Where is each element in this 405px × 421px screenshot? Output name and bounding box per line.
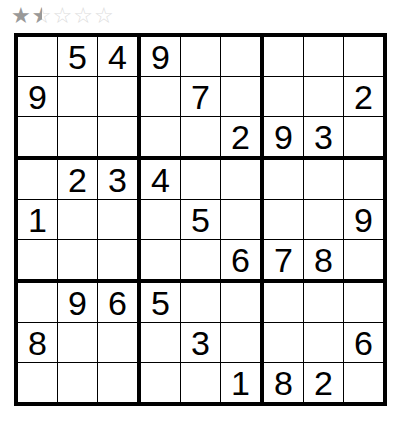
sudoku-grid: 549972293234159678965836182 (14, 33, 387, 406)
cell-r3c6[interactable]: 2 (221, 117, 264, 160)
cell-r9c8[interactable]: 2 (304, 363, 344, 402)
cell-r1c6[interactable] (221, 37, 264, 77)
cell-r1c5[interactable] (181, 37, 221, 77)
cell-r8c2[interactable] (58, 323, 98, 363)
cell-r5c7[interactable] (264, 200, 304, 240)
cell-r8c6[interactable] (221, 323, 264, 363)
difficulty-rating: ★☆★☆☆☆ (11, 3, 115, 29)
cell-r9c7[interactable]: 8 (264, 363, 304, 402)
cell-r9c4[interactable] (141, 363, 181, 402)
cell-r9c1[interactable] (18, 363, 58, 402)
cell-r7c6[interactable] (221, 283, 264, 323)
cell-r4c1[interactable] (18, 160, 58, 200)
cell-r2c7[interactable] (264, 77, 304, 117)
cell-r3c2[interactable] (58, 117, 98, 160)
cell-r8c4[interactable] (141, 323, 181, 363)
cell-r2c5[interactable]: 7 (181, 77, 221, 117)
cell-r4c2[interactable]: 2 (58, 160, 98, 200)
cell-r7c2[interactable]: 9 (58, 283, 98, 323)
cell-r1c3[interactable]: 4 (98, 37, 141, 77)
cell-r6c9[interactable] (344, 240, 383, 283)
star-icon-3: ☆ (52, 5, 72, 27)
star-icon-2: ☆★ (32, 5, 52, 27)
cell-r7c5[interactable] (181, 283, 221, 323)
star-icon-4: ☆ (73, 5, 93, 27)
cell-r4c5[interactable] (181, 160, 221, 200)
cell-r3c9[interactable] (344, 117, 383, 160)
cell-r5c3[interactable] (98, 200, 141, 240)
cell-r6c4[interactable] (141, 240, 181, 283)
cell-r5c5[interactable]: 5 (181, 200, 221, 240)
cell-r1c4[interactable]: 9 (141, 37, 181, 77)
cell-r8c7[interactable] (264, 323, 304, 363)
cell-r6c3[interactable] (98, 240, 141, 283)
cell-r5c6[interactable] (221, 200, 264, 240)
cell-r8c5[interactable]: 3 (181, 323, 221, 363)
cell-r1c9[interactable] (344, 37, 383, 77)
cell-r3c1[interactable] (18, 117, 58, 160)
cell-r1c2[interactable]: 5 (58, 37, 98, 77)
cell-r8c8[interactable] (304, 323, 344, 363)
cell-r4c6[interactable] (221, 160, 264, 200)
cell-r6c2[interactable] (58, 240, 98, 283)
cell-r7c9[interactable] (344, 283, 383, 323)
cell-r9c3[interactable] (98, 363, 141, 402)
star-icon-1: ★ (11, 5, 31, 27)
cell-r2c8[interactable] (304, 77, 344, 117)
cell-r8c3[interactable] (98, 323, 141, 363)
cell-r8c1[interactable]: 8 (18, 323, 58, 363)
cell-r6c1[interactable] (18, 240, 58, 283)
cell-r4c8[interactable] (304, 160, 344, 200)
sudoku-board: 549972293234159678965836182 (14, 33, 387, 406)
cell-r3c4[interactable] (141, 117, 181, 160)
cell-r4c9[interactable] (344, 160, 383, 200)
cell-r4c7[interactable] (264, 160, 304, 200)
cell-r7c1[interactable] (18, 283, 58, 323)
cell-r3c7[interactable]: 9 (264, 117, 304, 160)
cell-r6c8[interactable]: 8 (304, 240, 344, 283)
cell-r8c9[interactable]: 6 (344, 323, 383, 363)
cell-r9c6[interactable]: 1 (221, 363, 264, 402)
cell-r2c3[interactable] (98, 77, 141, 117)
cell-r2c4[interactable] (141, 77, 181, 117)
cell-r5c4[interactable] (141, 200, 181, 240)
cell-r5c9[interactable]: 9 (344, 200, 383, 240)
cell-r3c8[interactable]: 3 (304, 117, 344, 160)
star-icon-5: ☆ (94, 5, 114, 27)
cell-r9c5[interactable] (181, 363, 221, 402)
cell-r1c1[interactable] (18, 37, 58, 77)
cell-r7c4[interactable]: 5 (141, 283, 181, 323)
cell-r4c3[interactable]: 3 (98, 160, 141, 200)
cell-r1c8[interactable] (304, 37, 344, 77)
cell-r7c8[interactable] (304, 283, 344, 323)
cell-r5c8[interactable] (304, 200, 344, 240)
cell-r9c9[interactable] (344, 363, 383, 402)
cell-r6c5[interactable] (181, 240, 221, 283)
cell-r9c2[interactable] (58, 363, 98, 402)
cell-r6c6[interactable]: 6 (221, 240, 264, 283)
cell-r4c4[interactable]: 4 (141, 160, 181, 200)
sudoku-page: ★☆★☆☆☆ 549972293234159678965836182 (0, 0, 405, 421)
cell-r2c6[interactable] (221, 77, 264, 117)
cell-r7c3[interactable]: 6 (98, 283, 141, 323)
cell-r2c2[interactable] (58, 77, 98, 117)
cell-r1c7[interactable] (264, 37, 304, 77)
cell-r2c1[interactable]: 9 (18, 77, 58, 117)
cell-r2c9[interactable]: 2 (344, 77, 383, 117)
cell-r3c5[interactable] (181, 117, 221, 160)
cell-r6c7[interactable]: 7 (264, 240, 304, 283)
cell-r3c3[interactable] (98, 117, 141, 160)
cell-r7c7[interactable] (264, 283, 304, 323)
cell-r5c2[interactable] (58, 200, 98, 240)
cell-r5c1[interactable]: 1 (18, 200, 58, 240)
